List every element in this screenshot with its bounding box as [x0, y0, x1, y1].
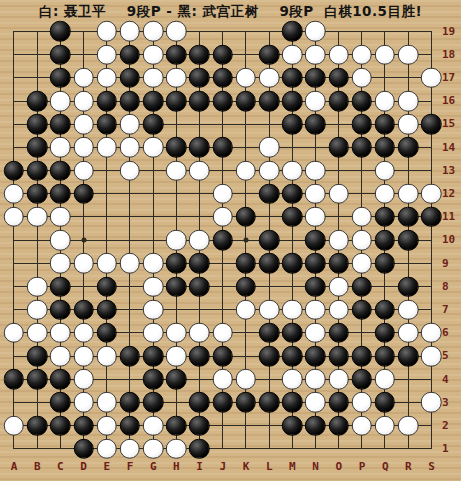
- intersection-K13[interactable]: [234, 159, 257, 182]
- intersection-N2[interactable]: [304, 414, 327, 437]
- intersection-F5[interactable]: [118, 345, 141, 368]
- intersection-F13[interactable]: [118, 159, 141, 182]
- intersection-A13[interactable]: [2, 159, 25, 182]
- intersection-C9[interactable]: [49, 252, 72, 275]
- intersection-D13[interactable]: [72, 159, 95, 182]
- intersection-E8[interactable]: [95, 275, 118, 298]
- intersection-G9[interactable]: [142, 252, 165, 275]
- intersection-E7[interactable]: [95, 298, 118, 321]
- intersection-R18[interactable]: [397, 43, 420, 66]
- intersection-G10[interactable]: [142, 229, 165, 252]
- intersection-S12[interactable]: [420, 182, 443, 205]
- intersection-F2[interactable]: [118, 414, 141, 437]
- intersection-C15[interactable]: [49, 113, 72, 136]
- intersection-N16[interactable]: [304, 89, 327, 112]
- intersection-B12[interactable]: [26, 182, 49, 205]
- intersection-N17[interactable]: [304, 66, 327, 89]
- intersection-L1[interactable]: [257, 437, 280, 460]
- intersection-I8[interactable]: [188, 275, 211, 298]
- intersection-J6[interactable]: [211, 321, 234, 344]
- intersection-A11[interactable]: [2, 205, 25, 228]
- intersection-G15[interactable]: [142, 113, 165, 136]
- intersection-H5[interactable]: [165, 345, 188, 368]
- intersection-M18[interactable]: [281, 43, 304, 66]
- intersection-P9[interactable]: [350, 252, 373, 275]
- intersection-I14[interactable]: [188, 136, 211, 159]
- intersection-A7[interactable]: [2, 298, 25, 321]
- intersection-F14[interactable]: [118, 136, 141, 159]
- intersection-O11[interactable]: [327, 205, 350, 228]
- intersection-N5[interactable]: [304, 345, 327, 368]
- intersection-G8[interactable]: [142, 275, 165, 298]
- intersection-B6[interactable]: [26, 321, 49, 344]
- intersection-O12[interactable]: [327, 182, 350, 205]
- intersection-P16[interactable]: [350, 89, 373, 112]
- intersection-D3[interactable]: [72, 391, 95, 414]
- intersection-D12[interactable]: [72, 182, 95, 205]
- intersection-F4[interactable]: [118, 368, 141, 391]
- intersection-B9[interactable]: [26, 252, 49, 275]
- intersection-A18[interactable]: [2, 43, 25, 66]
- intersection-M11[interactable]: [281, 205, 304, 228]
- intersection-N4[interactable]: [304, 368, 327, 391]
- intersection-A15[interactable]: [2, 113, 25, 136]
- intersection-J5[interactable]: [211, 345, 234, 368]
- intersection-P18[interactable]: [350, 43, 373, 66]
- intersection-I1[interactable]: [188, 437, 211, 460]
- intersection-A19[interactable]: [2, 20, 25, 43]
- intersection-J17[interactable]: [211, 66, 234, 89]
- intersection-D8[interactable]: [72, 275, 95, 298]
- intersection-K18[interactable]: [234, 43, 257, 66]
- intersection-M10[interactable]: [281, 229, 304, 252]
- intersection-R16[interactable]: [397, 89, 420, 112]
- intersection-Q2[interactable]: [373, 414, 396, 437]
- intersection-F3[interactable]: [118, 391, 141, 414]
- intersection-J12[interactable]: [211, 182, 234, 205]
- intersection-H13[interactable]: [165, 159, 188, 182]
- intersection-I16[interactable]: [188, 89, 211, 112]
- intersection-H1[interactable]: [165, 437, 188, 460]
- intersection-P12[interactable]: [350, 182, 373, 205]
- intersection-R12[interactable]: [397, 182, 420, 205]
- intersection-C13[interactable]: [49, 159, 72, 182]
- intersection-C14[interactable]: [49, 136, 72, 159]
- intersection-G12[interactable]: [142, 182, 165, 205]
- intersection-P19[interactable]: [350, 20, 373, 43]
- intersection-S11[interactable]: [420, 205, 443, 228]
- intersection-B8[interactable]: [26, 275, 49, 298]
- intersection-B14[interactable]: [26, 136, 49, 159]
- intersection-S14[interactable]: [420, 136, 443, 159]
- intersection-D19[interactable]: [72, 20, 95, 43]
- intersection-O2[interactable]: [327, 414, 350, 437]
- intersection-J18[interactable]: [211, 43, 234, 66]
- intersection-E14[interactable]: [95, 136, 118, 159]
- intersection-R9[interactable]: [397, 252, 420, 275]
- intersection-O15[interactable]: [327, 113, 350, 136]
- intersection-H18[interactable]: [165, 43, 188, 66]
- intersection-E10[interactable]: [95, 229, 118, 252]
- intersection-P17[interactable]: [350, 66, 373, 89]
- intersection-M7[interactable]: [281, 298, 304, 321]
- intersection-Q8[interactable]: [373, 275, 396, 298]
- intersection-D5[interactable]: [72, 345, 95, 368]
- intersection-S5[interactable]: [420, 345, 443, 368]
- intersection-J4[interactable]: [211, 368, 234, 391]
- intersection-C8[interactable]: [49, 275, 72, 298]
- intersection-D10[interactable]: [72, 229, 95, 252]
- intersection-F17[interactable]: [118, 66, 141, 89]
- intersection-C17[interactable]: [49, 66, 72, 89]
- intersection-H7[interactable]: [165, 298, 188, 321]
- intersection-S10[interactable]: [420, 229, 443, 252]
- intersection-D17[interactable]: [72, 66, 95, 89]
- intersection-A17[interactable]: [2, 66, 25, 89]
- intersection-B16[interactable]: [26, 89, 49, 112]
- intersection-P8[interactable]: [350, 275, 373, 298]
- intersection-L9[interactable]: [257, 252, 280, 275]
- intersection-K9[interactable]: [234, 252, 257, 275]
- intersection-Q19[interactable]: [373, 20, 396, 43]
- intersection-L16[interactable]: [257, 89, 280, 112]
- intersection-S3[interactable]: [420, 391, 443, 414]
- intersection-H2[interactable]: [165, 414, 188, 437]
- intersection-Q12[interactable]: [373, 182, 396, 205]
- intersection-K11[interactable]: [234, 205, 257, 228]
- intersection-D2[interactable]: [72, 414, 95, 437]
- intersection-L12[interactable]: [257, 182, 280, 205]
- intersection-E9[interactable]: [95, 252, 118, 275]
- intersection-K15[interactable]: [234, 113, 257, 136]
- intersection-K19[interactable]: [234, 20, 257, 43]
- intersection-K1[interactable]: [234, 437, 257, 460]
- intersection-K7[interactable]: [234, 298, 257, 321]
- intersection-K2[interactable]: [234, 414, 257, 437]
- intersection-Q15[interactable]: [373, 113, 396, 136]
- intersection-I19[interactable]: [188, 20, 211, 43]
- intersection-I12[interactable]: [188, 182, 211, 205]
- intersection-M16[interactable]: [281, 89, 304, 112]
- intersection-L4[interactable]: [257, 368, 280, 391]
- intersection-B17[interactable]: [26, 66, 49, 89]
- intersection-N6[interactable]: [304, 321, 327, 344]
- intersection-P10[interactable]: [350, 229, 373, 252]
- intersection-I17[interactable]: [188, 66, 211, 89]
- intersection-J14[interactable]: [211, 136, 234, 159]
- intersection-Q6[interactable]: [373, 321, 396, 344]
- intersection-L15[interactable]: [257, 113, 280, 136]
- intersection-R3[interactable]: [397, 391, 420, 414]
- intersection-A14[interactable]: [2, 136, 25, 159]
- intersection-M4[interactable]: [281, 368, 304, 391]
- intersection-K8[interactable]: [234, 275, 257, 298]
- intersection-P11[interactable]: [350, 205, 373, 228]
- intersection-H9[interactable]: [165, 252, 188, 275]
- intersection-E15[interactable]: [95, 113, 118, 136]
- intersection-L13[interactable]: [257, 159, 280, 182]
- intersection-R2[interactable]: [397, 414, 420, 437]
- intersection-B2[interactable]: [26, 414, 49, 437]
- intersection-E4[interactable]: [95, 368, 118, 391]
- intersection-S6[interactable]: [420, 321, 443, 344]
- intersection-Q5[interactable]: [373, 345, 396, 368]
- intersection-E3[interactable]: [95, 391, 118, 414]
- intersection-L18[interactable]: [257, 43, 280, 66]
- intersection-H4[interactable]: [165, 368, 188, 391]
- intersection-F7[interactable]: [118, 298, 141, 321]
- intersection-I2[interactable]: [188, 414, 211, 437]
- intersection-K12[interactable]: [234, 182, 257, 205]
- intersection-Q7[interactable]: [373, 298, 396, 321]
- intersection-A9[interactable]: [2, 252, 25, 275]
- intersection-G4[interactable]: [142, 368, 165, 391]
- intersection-S1[interactable]: [420, 437, 443, 460]
- intersection-D14[interactable]: [72, 136, 95, 159]
- intersection-C10[interactable]: [49, 229, 72, 252]
- intersection-B1[interactable]: [26, 437, 49, 460]
- intersection-E18[interactable]: [95, 43, 118, 66]
- intersection-S16[interactable]: [420, 89, 443, 112]
- intersection-G18[interactable]: [142, 43, 165, 66]
- intersection-D16[interactable]: [72, 89, 95, 112]
- intersection-P14[interactable]: [350, 136, 373, 159]
- intersection-C5[interactable]: [49, 345, 72, 368]
- intersection-A5[interactable]: [2, 345, 25, 368]
- intersection-A8[interactable]: [2, 275, 25, 298]
- intersection-S15[interactable]: [420, 113, 443, 136]
- intersection-R10[interactable]: [397, 229, 420, 252]
- intersection-F6[interactable]: [118, 321, 141, 344]
- intersection-M2[interactable]: [281, 414, 304, 437]
- intersection-R6[interactable]: [397, 321, 420, 344]
- intersection-Q9[interactable]: [373, 252, 396, 275]
- intersection-S7[interactable]: [420, 298, 443, 321]
- intersection-L7[interactable]: [257, 298, 280, 321]
- intersection-H19[interactable]: [165, 20, 188, 43]
- intersection-R11[interactable]: [397, 205, 420, 228]
- intersection-B7[interactable]: [26, 298, 49, 321]
- intersection-J13[interactable]: [211, 159, 234, 182]
- intersection-L5[interactable]: [257, 345, 280, 368]
- intersection-C18[interactable]: [49, 43, 72, 66]
- intersection-S2[interactable]: [420, 414, 443, 437]
- intersection-Q14[interactable]: [373, 136, 396, 159]
- intersection-B3[interactable]: [26, 391, 49, 414]
- intersection-G6[interactable]: [142, 321, 165, 344]
- intersection-P13[interactable]: [350, 159, 373, 182]
- intersection-I3[interactable]: [188, 391, 211, 414]
- intersection-S13[interactable]: [420, 159, 443, 182]
- intersection-H10[interactable]: [165, 229, 188, 252]
- intersection-F1[interactable]: [118, 437, 141, 460]
- intersection-R7[interactable]: [397, 298, 420, 321]
- intersection-G17[interactable]: [142, 66, 165, 89]
- intersection-K5[interactable]: [234, 345, 257, 368]
- intersection-C2[interactable]: [49, 414, 72, 437]
- intersection-L17[interactable]: [257, 66, 280, 89]
- intersection-I9[interactable]: [188, 252, 211, 275]
- intersection-S18[interactable]: [420, 43, 443, 66]
- intersection-M9[interactable]: [281, 252, 304, 275]
- intersection-S19[interactable]: [420, 20, 443, 43]
- intersection-A3[interactable]: [2, 391, 25, 414]
- intersection-A16[interactable]: [2, 89, 25, 112]
- intersection-N19[interactable]: [304, 20, 327, 43]
- intersection-J11[interactable]: [211, 205, 234, 228]
- intersection-F10[interactable]: [118, 229, 141, 252]
- intersection-O17[interactable]: [327, 66, 350, 89]
- intersection-E11[interactable]: [95, 205, 118, 228]
- intersection-I18[interactable]: [188, 43, 211, 66]
- intersection-A10[interactable]: [2, 229, 25, 252]
- intersection-J8[interactable]: [211, 275, 234, 298]
- intersection-F8[interactable]: [118, 275, 141, 298]
- intersection-J3[interactable]: [211, 391, 234, 414]
- intersection-M8[interactable]: [281, 275, 304, 298]
- intersection-F19[interactable]: [118, 20, 141, 43]
- intersection-R14[interactable]: [397, 136, 420, 159]
- intersection-R19[interactable]: [397, 20, 420, 43]
- intersection-M15[interactable]: [281, 113, 304, 136]
- intersection-K6[interactable]: [234, 321, 257, 344]
- intersection-I10[interactable]: [188, 229, 211, 252]
- intersection-N12[interactable]: [304, 182, 327, 205]
- intersection-J1[interactable]: [211, 437, 234, 460]
- intersection-C6[interactable]: [49, 321, 72, 344]
- intersection-L10[interactable]: [257, 229, 280, 252]
- intersection-H11[interactable]: [165, 205, 188, 228]
- intersection-I13[interactable]: [188, 159, 211, 182]
- intersection-S17[interactable]: [420, 66, 443, 89]
- intersection-J7[interactable]: [211, 298, 234, 321]
- intersection-K10[interactable]: [234, 229, 257, 252]
- intersection-P1[interactable]: [350, 437, 373, 460]
- intersection-L2[interactable]: [257, 414, 280, 437]
- intersection-Q1[interactable]: [373, 437, 396, 460]
- intersection-M19[interactable]: [281, 20, 304, 43]
- intersection-K3[interactable]: [234, 391, 257, 414]
- intersection-K17[interactable]: [234, 66, 257, 89]
- intersection-O3[interactable]: [327, 391, 350, 414]
- intersection-E1[interactable]: [95, 437, 118, 460]
- intersection-C4[interactable]: [49, 368, 72, 391]
- intersection-A2[interactable]: [2, 414, 25, 437]
- intersection-D7[interactable]: [72, 298, 95, 321]
- intersection-B15[interactable]: [26, 113, 49, 136]
- intersection-C3[interactable]: [49, 391, 72, 414]
- intersection-K16[interactable]: [234, 89, 257, 112]
- intersection-O4[interactable]: [327, 368, 350, 391]
- intersection-G13[interactable]: [142, 159, 165, 182]
- intersection-N18[interactable]: [304, 43, 327, 66]
- intersection-O8[interactable]: [327, 275, 350, 298]
- intersection-R17[interactable]: [397, 66, 420, 89]
- intersection-K4[interactable]: [234, 368, 257, 391]
- intersection-Q11[interactable]: [373, 205, 396, 228]
- intersection-L19[interactable]: [257, 20, 280, 43]
- intersection-O19[interactable]: [327, 20, 350, 43]
- intersection-E19[interactable]: [95, 20, 118, 43]
- intersection-C16[interactable]: [49, 89, 72, 112]
- intersection-E5[interactable]: [95, 345, 118, 368]
- intersection-M13[interactable]: [281, 159, 304, 182]
- intersection-D4[interactable]: [72, 368, 95, 391]
- intersection-R8[interactable]: [397, 275, 420, 298]
- intersection-P7[interactable]: [350, 298, 373, 321]
- intersection-F15[interactable]: [118, 113, 141, 136]
- intersection-M6[interactable]: [281, 321, 304, 344]
- intersection-G14[interactable]: [142, 136, 165, 159]
- intersection-P15[interactable]: [350, 113, 373, 136]
- intersection-Q13[interactable]: [373, 159, 396, 182]
- intersection-Q16[interactable]: [373, 89, 396, 112]
- intersection-P5[interactable]: [350, 345, 373, 368]
- intersection-A12[interactable]: [2, 182, 25, 205]
- intersection-L3[interactable]: [257, 391, 280, 414]
- intersection-H3[interactable]: [165, 391, 188, 414]
- intersection-N1[interactable]: [304, 437, 327, 460]
- intersection-P2[interactable]: [350, 414, 373, 437]
- intersection-D18[interactable]: [72, 43, 95, 66]
- intersection-K14[interactable]: [234, 136, 257, 159]
- intersection-H14[interactable]: [165, 136, 188, 159]
- intersection-O18[interactable]: [327, 43, 350, 66]
- intersection-G11[interactable]: [142, 205, 165, 228]
- intersection-H6[interactable]: [165, 321, 188, 344]
- intersection-B19[interactable]: [26, 20, 49, 43]
- intersection-C12[interactable]: [49, 182, 72, 205]
- intersection-M3[interactable]: [281, 391, 304, 414]
- intersection-N3[interactable]: [304, 391, 327, 414]
- intersection-D9[interactable]: [72, 252, 95, 275]
- intersection-F18[interactable]: [118, 43, 141, 66]
- intersection-M1[interactable]: [281, 437, 304, 460]
- intersection-I15[interactable]: [188, 113, 211, 136]
- intersection-G1[interactable]: [142, 437, 165, 460]
- intersection-O16[interactable]: [327, 89, 350, 112]
- intersection-R5[interactable]: [397, 345, 420, 368]
- intersection-E6[interactable]: [95, 321, 118, 344]
- intersection-B5[interactable]: [26, 345, 49, 368]
- intersection-Q4[interactable]: [373, 368, 396, 391]
- intersection-F16[interactable]: [118, 89, 141, 112]
- intersection-O1[interactable]: [327, 437, 350, 460]
- intersection-H8[interactable]: [165, 275, 188, 298]
- intersection-O5[interactable]: [327, 345, 350, 368]
- intersection-I4[interactable]: [188, 368, 211, 391]
- intersection-B11[interactable]: [26, 205, 49, 228]
- intersection-O9[interactable]: [327, 252, 350, 275]
- intersection-L8[interactable]: [257, 275, 280, 298]
- intersection-C7[interactable]: [49, 298, 72, 321]
- intersection-Q3[interactable]: [373, 391, 396, 414]
- intersection-G5[interactable]: [142, 345, 165, 368]
- intersection-F11[interactable]: [118, 205, 141, 228]
- intersection-C11[interactable]: [49, 205, 72, 228]
- intersection-B13[interactable]: [26, 159, 49, 182]
- intersection-Q18[interactable]: [373, 43, 396, 66]
- intersection-F9[interactable]: [118, 252, 141, 275]
- intersection-L14[interactable]: [257, 136, 280, 159]
- intersection-R15[interactable]: [397, 113, 420, 136]
- intersection-I5[interactable]: [188, 345, 211, 368]
- intersection-I11[interactable]: [188, 205, 211, 228]
- intersection-G19[interactable]: [142, 20, 165, 43]
- intersection-Q17[interactable]: [373, 66, 396, 89]
- intersection-I6[interactable]: [188, 321, 211, 344]
- intersection-F12[interactable]: [118, 182, 141, 205]
